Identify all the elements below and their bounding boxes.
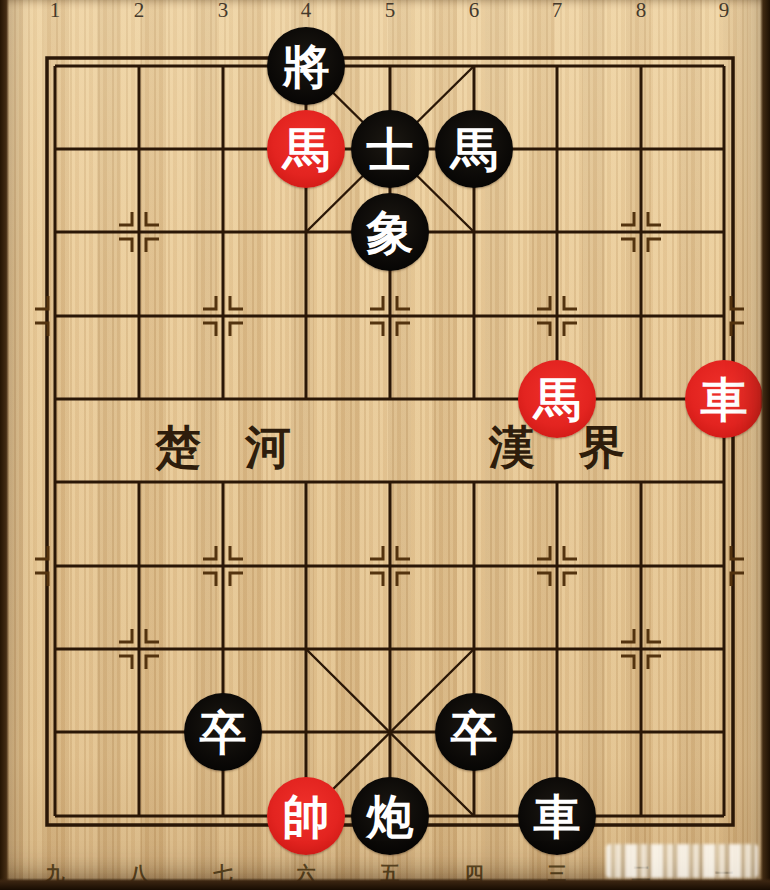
piece-black-horse[interactable]: 馬: [435, 110, 513, 188]
file-label-top: 2: [119, 0, 159, 23]
piece-black-pawn[interactable]: 卒: [184, 693, 262, 771]
piece-black-elephant[interactable]: 象: [351, 193, 429, 271]
river-char: 楚: [146, 417, 210, 479]
piece-red-general[interactable]: 帥: [267, 777, 345, 855]
piece-black-general[interactable]: 將: [267, 27, 345, 105]
board-edge-bottom: [0, 878, 770, 890]
piece-black-cannon[interactable]: 炮: [351, 777, 429, 855]
river-char: 河: [236, 417, 300, 479]
file-label-top: 1: [35, 0, 75, 23]
file-label-top: 5: [370, 0, 410, 23]
file-label-top: 8: [621, 0, 661, 23]
piece-black-pawn[interactable]: 卒: [435, 693, 513, 771]
file-label-top: 7: [537, 0, 577, 23]
file-label-top: 9: [704, 0, 744, 23]
board-edge-right: [760, 0, 770, 890]
blurred-watermark: [606, 844, 758, 878]
piece-black-advisor[interactable]: 士: [351, 110, 429, 188]
file-label-top: 3: [203, 0, 243, 23]
piece-black-chariot[interactable]: 車: [518, 777, 596, 855]
file-label-top: 6: [454, 0, 494, 23]
file-label-top: 4: [286, 0, 326, 23]
piece-red-horse[interactable]: 馬: [267, 110, 345, 188]
piece-red-horse[interactable]: 馬: [518, 360, 596, 438]
piece-red-chariot[interactable]: 車: [685, 360, 763, 438]
xiangqi-board-screenshot: 1 2 3 4 5 6 7 8 9 九 八 七 六 五 四 三 二 一 楚 河 …: [0, 0, 770, 890]
board-edge-left: [0, 0, 9, 890]
